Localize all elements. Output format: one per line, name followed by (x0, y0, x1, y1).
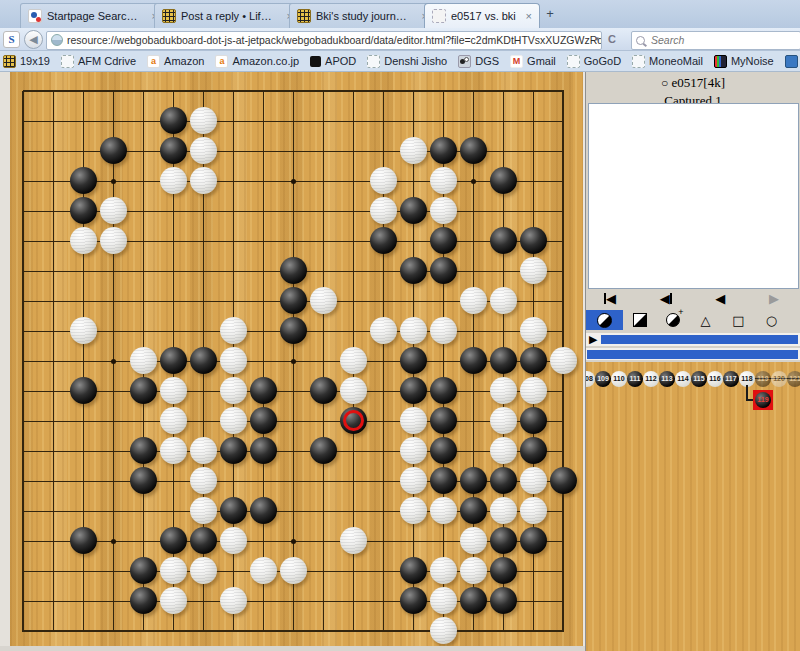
go-stone-black[interactable] (370, 227, 397, 254)
go-stone-white[interactable] (340, 377, 367, 404)
go-stone-black[interactable] (100, 137, 127, 164)
dash-icon (632, 55, 645, 68)
edit-tool-row: △ □ ○ (586, 310, 800, 330)
bookmark-label: APOD (325, 55, 356, 67)
go-stone-black[interactable] (160, 347, 187, 374)
new-tab-button[interactable]: + (538, 6, 562, 24)
go-stone-white[interactable] (340, 347, 367, 374)
player-line: ○ e0517[4k] (586, 75, 800, 91)
progress-row-1 (586, 333, 800, 346)
move-node-115[interactable]: 115 (691, 371, 707, 387)
star-point (291, 539, 296, 544)
tab-1[interactable]: Startpage Search Engine× (20, 3, 166, 28)
go-stone-white[interactable] (370, 317, 397, 344)
grid-line-h (23, 391, 564, 392)
bookmark-label: MyNoise (731, 55, 774, 67)
move-number-strip[interactable]: 1081091101111121131141151161171181191201… (586, 362, 800, 651)
go-stone-black[interactable] (460, 587, 487, 614)
half-square-icon (633, 313, 647, 327)
go-stone-white[interactable] (160, 587, 187, 614)
bookmark-label: Amazon (164, 55, 204, 67)
search-icon (636, 36, 645, 45)
move-node-121[interactable]: 121 (787, 371, 800, 387)
star-point (111, 359, 116, 364)
go-stone-black[interactable] (490, 467, 517, 494)
go-stone-black[interactable] (460, 497, 487, 524)
go-stone-white[interactable] (430, 587, 457, 614)
go-stone-white[interactable] (430, 617, 457, 644)
bookmark-moneomail[interactable]: MoneoMail (632, 55, 703, 68)
go-stone-black[interactable] (130, 587, 157, 614)
go-stone-black[interactable] (220, 497, 247, 524)
back-move-button[interactable] (715, 291, 725, 306)
go-stone-black[interactable] (130, 437, 157, 464)
go-stone-white[interactable] (430, 557, 457, 584)
go-stone-white[interactable] (430, 167, 457, 194)
go-stone-white[interactable] (520, 467, 547, 494)
go-stone-black[interactable] (190, 347, 217, 374)
star-point (111, 179, 116, 184)
go-stone-black[interactable] (490, 587, 517, 614)
go-stone-black[interactable] (460, 137, 487, 164)
go-stone-white[interactable] (100, 197, 127, 224)
bookmark-19x19[interactable]: 19x19 (3, 55, 50, 68)
white-stone-icon: ○ (661, 76, 668, 90)
move-node-112[interactable]: 112 (643, 371, 659, 387)
play-icon[interactable] (589, 333, 597, 346)
go-board[interactable] (10, 72, 583, 646)
go-stone-black[interactable] (250, 437, 277, 464)
tab-2[interactable]: Post a reply • Life In 19x19× (154, 3, 301, 28)
go-stone-black[interactable] (160, 137, 187, 164)
current-variation-highlight[interactable]: 119 (753, 390, 773, 410)
go-stone-black[interactable] (490, 557, 517, 584)
go-stone-white[interactable] (220, 527, 247, 554)
go-stone-black[interactable] (430, 377, 457, 404)
grid-line-v (323, 91, 324, 632)
go-stone-white[interactable] (190, 137, 217, 164)
grid-line-h (23, 421, 564, 422)
tab-label: e0517 vs. bki (451, 10, 517, 22)
progress-row-2 (586, 348, 800, 360)
go-stone-black[interactable] (310, 377, 337, 404)
go-stone-white[interactable] (190, 167, 217, 194)
go-stone-white[interactable] (400, 317, 427, 344)
go-stone-black[interactable] (490, 227, 517, 254)
go-stone-white[interactable] (400, 467, 427, 494)
tool-stone[interactable] (586, 310, 623, 330)
url-dropdown-icon[interactable]: ▼ (594, 36, 600, 42)
dark-icon (310, 56, 321, 67)
bookmark-gmail[interactable]: MGmail (510, 55, 556, 68)
dash-icon (367, 55, 380, 68)
go-stone-black[interactable] (250, 407, 277, 434)
window-bottom-edge (0, 646, 585, 651)
dash-icon (61, 55, 74, 68)
go-stone-white[interactable] (100, 227, 127, 254)
go-stone-white[interactable] (70, 227, 97, 254)
go-stone-white[interactable] (160, 437, 187, 464)
dgs-icon (458, 55, 471, 68)
bookmark-label: DGS (475, 55, 499, 67)
grid-line-h (23, 630, 564, 632)
go-stone-white[interactable] (400, 137, 427, 164)
go-stone-white[interactable] (160, 557, 187, 584)
go-stone-white[interactable] (400, 497, 427, 524)
move-node-109[interactable]: 109 (595, 371, 611, 387)
mynoise-icon (714, 55, 727, 68)
url-text: resource://webgobadukboard-dot-js-at-jet… (67, 34, 602, 46)
go-stone-black[interactable] (460, 347, 487, 374)
go-stone-white[interactable] (430, 197, 457, 224)
go-stone-white[interactable] (340, 527, 367, 554)
go-stone-black[interactable] (520, 527, 547, 554)
startpage-favicon (28, 9, 42, 23)
go-stone-white[interactable] (220, 377, 247, 404)
go-stone-black[interactable] (70, 167, 97, 194)
go-stone-black[interactable] (190, 527, 217, 554)
tool-circle[interactable]: ○ (755, 310, 788, 330)
tool-stone-plus[interactable] (656, 310, 689, 330)
move-nav-row (586, 288, 800, 308)
bookmarks-bar: 19x19AFM CdriveaAmazonaAmazon.co.jpAPODD… (0, 51, 800, 72)
last-move-marker (343, 410, 364, 431)
go-stone-black[interactable] (430, 137, 457, 164)
go-stone-black[interactable] (520, 347, 547, 374)
gmail-icon: M (510, 55, 523, 68)
go-stone-black[interactable] (220, 437, 247, 464)
bookmark-label: Gmail (527, 55, 556, 67)
go-stone-black[interactable] (430, 437, 457, 464)
dash-icon (567, 55, 580, 68)
move-node-114[interactable]: 114 (675, 371, 691, 387)
move-node-117[interactable]: 117 (723, 371, 739, 387)
move-node-120[interactable]: 120 (771, 371, 787, 387)
tab-label: Post a reply • Life In 19x19 (181, 10, 278, 22)
left-gutter (0, 72, 10, 651)
go-stone-black[interactable] (400, 197, 427, 224)
bookmark-gogod[interactable]: GoGoD (567, 55, 621, 68)
go-stone-black[interactable] (400, 347, 427, 374)
go-stone-white[interactable] (490, 497, 517, 524)
go-stone-black[interactable] (70, 527, 97, 554)
bookmark-dgs[interactable]: DGS (458, 55, 499, 68)
forward-move-button[interactable] (769, 291, 779, 306)
move-node-111[interactable]: 111 (627, 371, 643, 387)
tab-3[interactable]: Bki's study journal • Life In …× (289, 3, 436, 28)
go-stone-white[interactable] (220, 347, 247, 374)
go-stone-black[interactable] (400, 257, 427, 284)
grid-line-h (23, 451, 564, 452)
go-stone-black[interactable] (460, 467, 487, 494)
go-stone-white[interactable] (310, 287, 337, 314)
go-stone-black[interactable] (130, 467, 157, 494)
go-stone-white[interactable] (190, 497, 217, 524)
go-stone-black[interactable] (490, 167, 517, 194)
go-stone-black[interactable] (310, 437, 337, 464)
go-stone-black[interactable] (490, 527, 517, 554)
site-identity-icon (51, 34, 63, 46)
search-input[interactable] (649, 33, 796, 47)
bookmark-label: Denshi Jisho (384, 55, 447, 67)
go-stone-white[interactable] (520, 497, 547, 524)
goban-favicon (297, 9, 311, 23)
go-stone-black[interactable] (430, 467, 457, 494)
go-stone-white[interactable] (220, 587, 247, 614)
back-button[interactable]: ◀ (24, 30, 43, 49)
go-stone-black[interactable] (160, 107, 187, 134)
bookmark-label: Amazon.co.jp (232, 55, 299, 67)
go-stone-black[interactable] (520, 407, 547, 434)
move-node-108[interactable]: 108 (586, 371, 595, 387)
player-label: e0517[4k] (672, 75, 725, 90)
go-stone-black[interactable] (250, 497, 277, 524)
url-bar[interactable]: resource://webgobadukboard-dot-js-at-jet… (46, 31, 602, 50)
go-stone-white[interactable] (460, 527, 487, 554)
go-stone-black[interactable] (70, 197, 97, 224)
tab-bar: Startpage Search Engine×Post a reply • L… (0, 0, 800, 28)
go-stone-white[interactable] (280, 557, 307, 584)
go-stone-white[interactable] (160, 167, 187, 194)
go-stone-black[interactable] (130, 557, 157, 584)
tool-triangle[interactable]: △ (689, 310, 722, 330)
go-stone-white[interactable] (430, 497, 457, 524)
go-stone-black[interactable] (400, 557, 427, 584)
go-stone-white[interactable] (160, 407, 187, 434)
go-stone-white[interactable] (490, 377, 517, 404)
go-stone-white[interactable] (430, 317, 457, 344)
go-stone-black[interactable] (160, 527, 187, 554)
go-stone-white[interactable] (490, 287, 517, 314)
move-node-119[interactable]: 119 (755, 371, 771, 387)
go-stone-white[interactable] (460, 287, 487, 314)
go-stone-white[interactable] (550, 347, 577, 374)
tab-label: Startpage Search Engine (47, 10, 143, 22)
go-stone-black[interactable] (280, 287, 307, 314)
go-stone-white[interactable] (400, 437, 427, 464)
go-stone-white[interactable] (400, 407, 427, 434)
star-point (471, 179, 476, 184)
progress-bar-2[interactable] (587, 350, 798, 359)
go-stone-black[interactable] (400, 377, 427, 404)
go-stone-white[interactable] (220, 407, 247, 434)
stone-tool-icon (597, 313, 612, 328)
nav-toolbar: S ◀ resource://webgobadukboard-dot-js-at… (0, 28, 800, 51)
amazon-icon: a (147, 55, 160, 68)
tab-4[interactable]: e0517 vs. bki× (424, 3, 540, 28)
go-stone-black[interactable] (70, 377, 97, 404)
go-stone-white[interactable] (190, 107, 217, 134)
tab-label: Bki's study journal • Life In … (316, 10, 413, 22)
bookmark-afm-cdrive[interactable]: AFM Cdrive (61, 55, 136, 68)
tool-square[interactable]: □ (722, 310, 755, 330)
bookmark-label: GoGoD (584, 55, 621, 67)
go-stone-black[interactable] (250, 377, 277, 404)
stone-plus-icon (666, 313, 680, 327)
current-variation-stone[interactable]: 119 (755, 392, 771, 408)
go-stone-white[interactable] (70, 317, 97, 344)
goban-favicon (162, 9, 176, 23)
search-box[interactable] (631, 31, 800, 50)
go-stone-white[interactable] (370, 167, 397, 194)
move-node-116[interactable]: 116 (707, 371, 723, 387)
bookmark-mynoise[interactable]: MyNoise (714, 55, 774, 68)
bookmark-label: AFM Cdrive (78, 55, 136, 67)
comment-box[interactable] (588, 103, 799, 289)
page-favicon (432, 9, 446, 23)
bookmark-label: MoneoMail (649, 55, 703, 67)
goban-icon (3, 55, 16, 68)
first-move-button[interactable] (604, 291, 616, 306)
bookmark-amazon[interactable]: aAmazon (147, 55, 204, 68)
star-point (111, 539, 116, 544)
progress-bar-1[interactable] (601, 335, 798, 344)
go-stone-black[interactable] (550, 467, 577, 494)
star-point (291, 179, 296, 184)
go-stone-black[interactable] (130, 377, 157, 404)
bookmark-denshi-jisho[interactable]: Denshi Jisho (367, 55, 447, 68)
prev-variation-button[interactable] (660, 291, 672, 306)
move-node-113[interactable]: 113 (659, 371, 675, 387)
go-stone-white[interactable] (130, 347, 157, 374)
go-stone-white[interactable] (190, 467, 217, 494)
go-stone-white[interactable] (460, 557, 487, 584)
game-panel: ○ e0517[4k] Captured 1 △ □ ○ 10810911011… (585, 72, 800, 651)
blue-icon (785, 55, 798, 68)
go-stone-black[interactable] (520, 437, 547, 464)
bookmark-amazon-co-jp[interactable]: aAmazon.co.jp (215, 55, 299, 68)
go-stone-white[interactable] (520, 317, 547, 344)
go-stone-black[interactable] (430, 407, 457, 434)
tab-close-icon[interactable]: × (526, 11, 532, 22)
go-stone-white[interactable] (520, 257, 547, 284)
go-stone-white[interactable] (250, 557, 277, 584)
go-stone-white[interactable] (520, 377, 547, 404)
go-stone-white[interactable] (370, 197, 397, 224)
amazon-icon: a (215, 55, 228, 68)
go-stone-white[interactable] (160, 377, 187, 404)
go-stone-black[interactable] (400, 587, 427, 614)
star-point (291, 359, 296, 364)
tool-half-square[interactable] (623, 310, 656, 330)
go-stone-white[interactable] (490, 437, 517, 464)
go-stone-black[interactable] (430, 227, 457, 254)
go-stone-black[interactable] (490, 347, 517, 374)
go-stone-white[interactable] (190, 437, 217, 464)
go-stone-black[interactable] (520, 227, 547, 254)
go-stone-black[interactable] (280, 317, 307, 344)
session-icon[interactable]: S (3, 31, 20, 48)
go-stone-white[interactable] (220, 317, 247, 344)
go-stone-black[interactable] (430, 257, 457, 284)
bookmark-real-life-adventures[interactable]: Real Life Adventures (785, 55, 800, 68)
bookmark-apod[interactable]: APOD (310, 55, 356, 67)
reload-icon[interactable]: C (608, 33, 616, 45)
move-node-110[interactable]: 110 (611, 371, 627, 387)
go-stone-white[interactable] (190, 557, 217, 584)
go-stone-black[interactable] (280, 257, 307, 284)
go-stone-white[interactable] (490, 407, 517, 434)
bookmark-label: 19x19 (20, 55, 50, 67)
